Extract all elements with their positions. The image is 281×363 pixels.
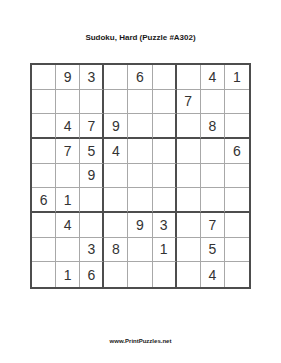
cell-r9c2: 1: [56, 262, 80, 287]
cell-r1c7: [177, 65, 201, 90]
cell-r9c6: [153, 262, 177, 287]
cell-r6c6: [153, 188, 177, 213]
cell-r6c3: [80, 188, 104, 213]
cell-r4c6: [153, 139, 177, 164]
cell-r8c7: [177, 238, 201, 263]
cell-r4c5: [128, 139, 152, 164]
cell-r6c2: 1: [56, 188, 80, 213]
cell-r8c6: 1: [153, 238, 177, 263]
cell-r5c6: [153, 164, 177, 189]
cell-r1c9: 1: [225, 65, 249, 90]
cell-r3c3: 7: [80, 114, 104, 139]
cell-r2c7: 7: [177, 90, 201, 115]
cell-r9c8: 4: [201, 262, 225, 287]
cell-r5c9: [225, 164, 249, 189]
cell-r2c8: [201, 90, 225, 115]
cell-r8c3: 3: [80, 238, 104, 263]
cell-r6c8: [201, 188, 225, 213]
cell-r3c7: [177, 114, 201, 139]
cell-r7c2: 4: [56, 213, 80, 238]
cell-r4c3: 5: [80, 139, 104, 164]
cell-r8c1: [32, 238, 56, 263]
cell-r3c1: [32, 114, 56, 139]
cell-r3c4: 9: [104, 114, 128, 139]
cell-r4c2: 7: [56, 139, 80, 164]
cell-r4c7: [177, 139, 201, 164]
cell-r5c3: 9: [80, 164, 104, 189]
cell-r8c9: [225, 238, 249, 263]
cell-r1c6: [153, 65, 177, 90]
cell-r2c3: [80, 90, 104, 115]
cell-r9c1: [32, 262, 56, 287]
cell-r4c8: [201, 139, 225, 164]
cell-r9c5: [128, 262, 152, 287]
cell-r3c5: [128, 114, 152, 139]
cell-r1c8: 4: [201, 65, 225, 90]
cell-r9c4: [104, 262, 128, 287]
cell-r8c8: 5: [201, 238, 225, 263]
puzzle-page: Sudoku, Hard (Puzzle #A302) 936417479875…: [0, 0, 281, 363]
cell-r2c4: [104, 90, 128, 115]
cell-r3c6: [153, 114, 177, 139]
cell-r1c3: 3: [80, 65, 104, 90]
cell-r1c4: [104, 65, 128, 90]
cell-r7c1: [32, 213, 56, 238]
cell-r5c1: [32, 164, 56, 189]
cell-r2c2: [56, 90, 80, 115]
cell-r6c1: 6: [32, 188, 56, 213]
cell-r8c5: [128, 238, 152, 263]
cell-r5c4: [104, 164, 128, 189]
cell-r5c5: [128, 164, 152, 189]
cell-r4c1: [32, 139, 56, 164]
cell-r8c4: 8: [104, 238, 128, 263]
cell-r6c5: [128, 188, 152, 213]
cell-r2c5: [128, 90, 152, 115]
cell-r3c9: [225, 114, 249, 139]
cell-r5c7: [177, 164, 201, 189]
cell-r7c6: 3: [153, 213, 177, 238]
cell-r7c4: [104, 213, 128, 238]
cell-r1c2: 9: [56, 65, 80, 90]
cell-r7c9: [225, 213, 249, 238]
cell-r2c6: [153, 90, 177, 115]
page-title: Sudoku, Hard (Puzzle #A302): [0, 33, 281, 43]
cell-r6c7: [177, 188, 201, 213]
cell-r2c9: [225, 90, 249, 115]
cell-r9c7: [177, 262, 201, 287]
cell-r5c2: [56, 164, 80, 189]
cell-r9c3: 6: [80, 262, 104, 287]
cell-r7c7: [177, 213, 201, 238]
cell-r5c8: [201, 164, 225, 189]
cell-r1c5: 6: [128, 65, 152, 90]
cell-r7c5: 9: [128, 213, 152, 238]
cell-r2c1: [32, 90, 56, 115]
cell-r4c9: 6: [225, 139, 249, 164]
cell-r9c9: [225, 262, 249, 287]
cell-r4c4: 4: [104, 139, 128, 164]
cell-r8c2: [56, 238, 80, 263]
cell-r6c9: [225, 188, 249, 213]
footer-url: www.PrintPuzzles.net: [0, 337, 281, 345]
cell-r7c3: [80, 213, 104, 238]
cell-r3c8: 8: [201, 114, 225, 139]
cell-r6c4: [104, 188, 128, 213]
sudoku-board: 9364174798754696149373815164: [30, 63, 251, 289]
cell-r3c2: 4: [56, 114, 80, 139]
cell-r1c1: [32, 65, 56, 90]
cell-r7c8: 7: [201, 213, 225, 238]
